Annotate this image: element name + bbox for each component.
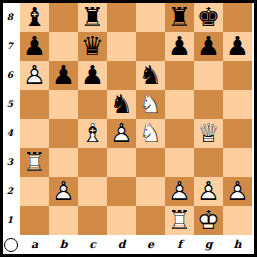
square-b2[interactable]: ♟♙ xyxy=(49,177,78,206)
rank-label-8: 8 xyxy=(3,3,17,32)
rank-label-1: 1 xyxy=(3,206,17,235)
square-g5[interactable] xyxy=(194,90,223,119)
piece-black-pawn: ♟ xyxy=(194,32,223,61)
square-c4[interactable]: ♝♗ xyxy=(78,119,107,148)
piece-white-pawn: ♟♙ xyxy=(194,177,223,206)
piece-black-pawn: ♟ xyxy=(49,61,78,90)
square-e6[interactable]: ♞ xyxy=(136,61,165,90)
square-c5[interactable] xyxy=(78,90,107,119)
piece-black-pawn: ♟ xyxy=(223,32,252,61)
piece-white-pawn: ♟♙ xyxy=(49,177,78,206)
square-d5[interactable]: ♞ xyxy=(107,90,136,119)
piece-black-queen: ♛ xyxy=(78,32,107,61)
file-label-h: h xyxy=(223,236,252,254)
square-a1[interactable] xyxy=(20,206,49,235)
square-c6[interactable]: ♟ xyxy=(78,61,107,90)
square-b6[interactable]: ♟ xyxy=(49,61,78,90)
file-label-f: f xyxy=(165,236,194,254)
piece-white-king: ♚♔ xyxy=(194,206,223,235)
square-f5[interactable] xyxy=(165,90,194,119)
square-a3[interactable]: ♜♖ xyxy=(20,148,49,177)
square-d8[interactable] xyxy=(107,3,136,32)
rank-label-5: 5 xyxy=(3,90,17,119)
square-f1[interactable]: ♜♖ xyxy=(165,206,194,235)
square-h4[interactable] xyxy=(223,119,252,148)
square-b5[interactable] xyxy=(49,90,78,119)
square-b4[interactable] xyxy=(49,119,78,148)
square-f2[interactable]: ♟♙ xyxy=(165,177,194,206)
piece-black-bishop: ♝ xyxy=(20,3,49,32)
square-b7[interactable] xyxy=(49,32,78,61)
square-e5[interactable]: ♞♘ xyxy=(136,90,165,119)
piece-black-pawn: ♟ xyxy=(165,32,194,61)
rank-label-6: 6 xyxy=(3,61,17,90)
square-a8[interactable]: ♝ xyxy=(20,3,49,32)
square-f3[interactable] xyxy=(165,148,194,177)
square-e7[interactable] xyxy=(136,32,165,61)
piece-white-rook: ♜♖ xyxy=(165,206,194,235)
square-a6[interactable]: ♟♙ xyxy=(20,61,49,90)
piece-black-king: ♚ xyxy=(194,3,223,32)
square-c2[interactable] xyxy=(78,177,107,206)
square-b3[interactable] xyxy=(49,148,78,177)
file-label-a: a xyxy=(20,236,49,254)
square-f4[interactable] xyxy=(165,119,194,148)
square-e3[interactable] xyxy=(136,148,165,177)
square-h2[interactable]: ♟♙ xyxy=(223,177,252,206)
square-h7[interactable]: ♟ xyxy=(223,32,252,61)
piece-black-pawn: ♟ xyxy=(78,61,107,90)
square-d1[interactable] xyxy=(107,206,136,235)
square-d3[interactable] xyxy=(107,148,136,177)
chessboard-frame: ♝♜♜♚♟♛♟♟♟♟♙♟♟♞♞♞♘♝♗♟♙♞♘♛♕♜♖♟♙♟♙♟♙♟♙♜♖♚♔ … xyxy=(0,0,257,257)
square-b8[interactable] xyxy=(49,3,78,32)
square-c7[interactable]: ♛ xyxy=(78,32,107,61)
square-g8[interactable]: ♚ xyxy=(194,3,223,32)
file-label-e: e xyxy=(136,236,165,254)
square-d7[interactable] xyxy=(107,32,136,61)
piece-white-pawn: ♟♙ xyxy=(107,119,136,148)
square-e4[interactable]: ♞♘ xyxy=(136,119,165,148)
square-g1[interactable]: ♚♔ xyxy=(194,206,223,235)
square-f7[interactable]: ♟ xyxy=(165,32,194,61)
square-h8[interactable] xyxy=(223,3,252,32)
piece-black-knight: ♞ xyxy=(107,90,136,119)
piece-white-pawn: ♟♙ xyxy=(20,61,49,90)
square-a5[interactable] xyxy=(20,90,49,119)
piece-black-knight: ♞ xyxy=(136,61,165,90)
file-label-d: d xyxy=(107,236,136,254)
square-h3[interactable] xyxy=(223,148,252,177)
square-d2[interactable] xyxy=(107,177,136,206)
piece-white-rook: ♜♖ xyxy=(20,148,49,177)
square-e8[interactable] xyxy=(136,3,165,32)
square-g4[interactable]: ♛♕ xyxy=(194,119,223,148)
piece-black-pawn: ♟ xyxy=(20,32,49,61)
piece-black-rook: ♜ xyxy=(78,3,107,32)
square-c8[interactable]: ♜ xyxy=(78,3,107,32)
square-g7[interactable]: ♟ xyxy=(194,32,223,61)
rank-label-3: 3 xyxy=(3,148,17,177)
piece-white-pawn: ♟♙ xyxy=(223,177,252,206)
square-e1[interactable] xyxy=(136,206,165,235)
square-f6[interactable] xyxy=(165,61,194,90)
file-label-g: g xyxy=(194,236,223,254)
piece-white-knight: ♞♘ xyxy=(136,90,165,119)
square-c1[interactable] xyxy=(78,206,107,235)
piece-white-bishop: ♝♗ xyxy=(78,119,107,148)
square-e2[interactable] xyxy=(136,177,165,206)
square-h5[interactable] xyxy=(223,90,252,119)
piece-white-knight: ♞♘ xyxy=(136,119,165,148)
piece-black-rook: ♜ xyxy=(165,3,194,32)
square-d4[interactable]: ♟♙ xyxy=(107,119,136,148)
turn-indicator-circle xyxy=(4,238,18,252)
square-h6[interactable] xyxy=(223,61,252,90)
rank-label-2: 2 xyxy=(3,177,17,206)
square-g2[interactable]: ♟♙ xyxy=(194,177,223,206)
rank-label-7: 7 xyxy=(3,32,17,61)
square-h1[interactable] xyxy=(223,206,252,235)
square-d6[interactable] xyxy=(107,61,136,90)
file-label-c: c xyxy=(78,236,107,254)
board: ♝♜♜♚♟♛♟♟♟♟♙♟♟♞♞♞♘♝♗♟♙♞♘♛♕♜♖♟♙♟♙♟♙♟♙♜♖♚♔ xyxy=(20,3,252,235)
piece-white-pawn: ♟♙ xyxy=(165,177,194,206)
piece-white-queen: ♛♕ xyxy=(194,119,223,148)
square-g3[interactable] xyxy=(194,148,223,177)
rank-label-4: 4 xyxy=(3,119,17,148)
square-a2[interactable] xyxy=(20,177,49,206)
square-g6[interactable] xyxy=(194,61,223,90)
square-a4[interactable] xyxy=(20,119,49,148)
square-c3[interactable] xyxy=(78,148,107,177)
file-label-b: b xyxy=(49,236,78,254)
square-a7[interactable]: ♟ xyxy=(20,32,49,61)
square-f8[interactable]: ♜ xyxy=(165,3,194,32)
square-b1[interactable] xyxy=(49,206,78,235)
